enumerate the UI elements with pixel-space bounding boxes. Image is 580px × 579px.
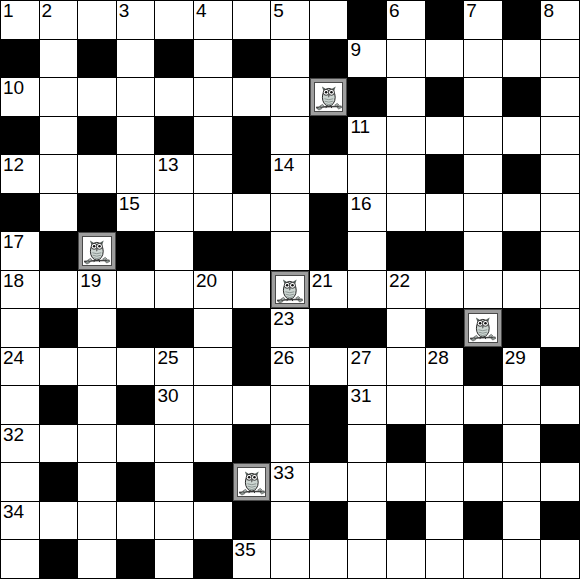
black-cell-r12c3	[117, 463, 155, 501]
black-cell-r6c13	[503, 232, 541, 270]
cell-r2c2[interactable]	[78, 78, 116, 116]
cell-r10c2[interactable]	[78, 386, 116, 424]
owl-icon	[311, 79, 347, 115]
black-cell-r6c3	[117, 232, 155, 270]
clue-number: 10	[3, 77, 24, 99]
clue-number: 21	[312, 270, 333, 292]
clue-number: 28	[428, 347, 449, 369]
cell-r14c10[interactable]	[387, 540, 425, 578]
cell-r2c1[interactable]	[40, 78, 78, 116]
cell-r13c1[interactable]	[40, 502, 78, 540]
cell-r10c4[interactable]: 30	[155, 386, 193, 424]
cell-r4c0[interactable]: 12	[1, 155, 39, 193]
black-cell-r14c5	[194, 540, 232, 578]
cell-r3c14[interactable]	[541, 117, 579, 155]
cell-r8c10[interactable]	[387, 309, 425, 347]
black-cell-r1c8	[310, 40, 348, 78]
cell-r1c1[interactable]	[40, 40, 78, 78]
clue-number: 31	[350, 385, 371, 407]
cell-r13c7[interactable]	[271, 502, 309, 540]
cell-r8c0[interactable]	[1, 309, 39, 347]
cell-r9c8[interactable]	[310, 348, 348, 386]
clue-number: 13	[157, 154, 178, 176]
cell-r0c1[interactable]: 2	[40, 1, 78, 39]
clue-number: 18	[3, 270, 24, 292]
cell-r2c6[interactable]	[233, 78, 271, 116]
cell-r9c4[interactable]: 25	[155, 348, 193, 386]
cell-r9c9[interactable]: 27	[348, 348, 386, 386]
black-cell-r13c6	[233, 502, 271, 540]
black-cell-r6c10	[387, 232, 425, 270]
cell-r4c5[interactable]	[194, 155, 232, 193]
cell-r13c2[interactable]	[78, 502, 116, 540]
owl-cell-r2c8	[310, 78, 348, 116]
cell-r0c10[interactable]: 6	[387, 1, 425, 39]
cell-r5c11[interactable]	[426, 194, 464, 232]
cell-r3c9[interactable]: 11	[348, 117, 386, 155]
cell-r14c8[interactable]	[310, 540, 348, 578]
cell-r11c0[interactable]: 32	[1, 425, 39, 463]
clue-number: 34	[3, 501, 24, 523]
cell-r14c14[interactable]	[541, 540, 579, 578]
cell-r9c1[interactable]	[40, 348, 78, 386]
cell-r12c4[interactable]	[155, 463, 193, 501]
cell-r7c3[interactable]	[117, 271, 155, 309]
cell-r5c5[interactable]	[194, 194, 232, 232]
cell-r5c9[interactable]: 16	[348, 194, 386, 232]
cell-r2c5[interactable]	[194, 78, 232, 116]
black-cell-r14c1	[40, 540, 78, 578]
cell-r0c2[interactable]	[78, 1, 116, 39]
cell-r11c4[interactable]	[155, 425, 193, 463]
cell-r7c10[interactable]: 22	[387, 271, 425, 309]
cell-r13c4[interactable]	[155, 502, 193, 540]
cell-r5c14[interactable]	[541, 194, 579, 232]
cell-r4c1[interactable]	[40, 155, 78, 193]
cell-r5c3[interactable]: 15	[117, 194, 155, 232]
clue-number: 7	[466, 0, 477, 22]
cell-r7c13[interactable]	[503, 271, 541, 309]
cell-r1c5[interactable]	[194, 40, 232, 78]
cell-r2c0[interactable]: 10	[1, 78, 39, 116]
cell-r3c11[interactable]	[426, 117, 464, 155]
black-cell-r3c0	[1, 117, 39, 155]
cell-r13c11[interactable]	[426, 502, 464, 540]
black-cell-r13c14	[541, 502, 579, 540]
cell-r8c14[interactable]	[541, 309, 579, 347]
cell-r6c14[interactable]	[541, 232, 579, 270]
clue-number: 24	[3, 347, 24, 369]
black-cell-r3c6	[233, 117, 271, 155]
cell-r1c10[interactable]	[387, 40, 425, 78]
black-cell-r14c3	[117, 540, 155, 578]
cell-r7c9[interactable]	[348, 271, 386, 309]
cell-r0c8[interactable]	[310, 1, 348, 39]
clue-number: 3	[119, 0, 130, 22]
cell-r3c7[interactable]	[271, 117, 309, 155]
black-cell-r2c11	[426, 78, 464, 116]
cell-r12c0[interactable]	[1, 463, 39, 501]
clue-number: 9	[350, 39, 361, 61]
black-cell-r1c6	[233, 40, 271, 78]
cell-r4c12[interactable]	[464, 155, 502, 193]
cell-r0c0[interactable]: 1	[1, 1, 39, 39]
cell-r6c9[interactable]	[348, 232, 386, 270]
cell-r11c7[interactable]	[271, 425, 309, 463]
owl-cell-r8c12	[464, 309, 502, 347]
clue-number: 20	[196, 270, 217, 292]
cell-r12c11[interactable]	[426, 463, 464, 501]
cell-r11c2[interactable]	[78, 425, 116, 463]
cell-r11c5[interactable]	[194, 425, 232, 463]
cell-r14c12[interactable]	[464, 540, 502, 578]
owl-icon	[465, 310, 501, 346]
cell-r7c2[interactable]: 19	[78, 271, 116, 309]
black-cell-r9c6	[233, 348, 271, 386]
black-cell-r5c2	[78, 194, 116, 232]
cell-r3c1[interactable]	[40, 117, 78, 155]
black-cell-r4c6	[233, 155, 271, 193]
black-cell-r1c2	[78, 40, 116, 78]
cell-r14c0[interactable]	[1, 540, 39, 578]
cell-r2c3[interactable]	[117, 78, 155, 116]
cell-r4c14[interactable]	[541, 155, 579, 193]
cell-r12c9[interactable]	[348, 463, 386, 501]
black-cell-r13c12	[464, 502, 502, 540]
black-cell-r8c8	[310, 309, 348, 347]
cell-r11c13[interactable]	[503, 425, 541, 463]
cell-r0c14[interactable]: 8	[541, 1, 579, 39]
black-cell-r2c9	[348, 78, 386, 116]
cell-r11c11[interactable]	[426, 425, 464, 463]
cell-r11c3[interactable]	[117, 425, 155, 463]
cell-r9c0[interactable]: 24	[1, 348, 39, 386]
cell-r7c8[interactable]: 21	[310, 271, 348, 309]
black-cell-r6c8	[310, 232, 348, 270]
clue-number: 17	[3, 231, 24, 253]
cell-r7c6[interactable]	[233, 271, 271, 309]
black-cell-r0c9	[348, 1, 386, 39]
black-cell-r2c13	[503, 78, 541, 116]
black-cell-r11c6	[233, 425, 271, 463]
cell-r1c11[interactable]	[426, 40, 464, 78]
cell-r4c2[interactable]	[78, 155, 116, 193]
black-cell-r8c11	[426, 309, 464, 347]
cell-r0c4[interactable]	[155, 1, 193, 39]
clue-number: 32	[3, 424, 24, 446]
cell-r7c5[interactable]: 20	[194, 271, 232, 309]
clue-number: 14	[273, 154, 294, 176]
black-cell-r3c4	[155, 117, 193, 155]
black-cell-r11c12	[464, 425, 502, 463]
owl-cell-r7c7	[271, 271, 309, 309]
clue-number: 11	[350, 116, 370, 138]
black-cell-r9c12	[464, 348, 502, 386]
black-cell-r11c8	[310, 425, 348, 463]
cell-r4c9[interactable]	[348, 155, 386, 193]
cell-r13c13[interactable]	[503, 502, 541, 540]
owl-icon	[272, 272, 308, 308]
cell-r10c9[interactable]: 31	[348, 386, 386, 424]
cell-r2c4[interactable]	[155, 78, 193, 116]
cell-r0c12[interactable]: 7	[464, 1, 502, 39]
cell-r12c2[interactable]	[78, 463, 116, 501]
clue-number: 4	[196, 0, 207, 22]
black-cell-r8c1	[40, 309, 78, 347]
owl-cell-r12c6	[233, 463, 271, 501]
black-cell-r8c6	[233, 309, 271, 347]
cell-r7c0[interactable]: 18	[1, 271, 39, 309]
cell-r6c12[interactable]	[464, 232, 502, 270]
cell-r5c7[interactable]	[271, 194, 309, 232]
cell-r11c9[interactable]	[348, 425, 386, 463]
black-cell-r10c3	[117, 386, 155, 424]
cell-r5c12[interactable]	[464, 194, 502, 232]
black-cell-r6c5	[194, 232, 232, 270]
black-cell-r9c14	[541, 348, 579, 386]
cell-r0c5[interactable]: 4	[194, 1, 232, 39]
cell-r10c10[interactable]	[387, 386, 425, 424]
cell-r14c7[interactable]	[271, 540, 309, 578]
cell-r9c11[interactable]: 28	[426, 348, 464, 386]
clue-number: 27	[350, 347, 371, 369]
cell-r2c14[interactable]	[541, 78, 579, 116]
cell-r9c13[interactable]: 29	[503, 348, 541, 386]
cell-r5c6[interactable]	[233, 194, 271, 232]
crossword-grid: 12345678910 11121314151617	[0, 0, 580, 579]
cell-r7c14[interactable]	[541, 271, 579, 309]
owl-icon	[79, 233, 115, 269]
cell-r7c12[interactable]	[464, 271, 502, 309]
clue-number: 30	[157, 385, 178, 407]
cell-r1c14[interactable]	[541, 40, 579, 78]
cell-r2c12[interactable]	[464, 78, 502, 116]
cell-r6c7[interactable]	[271, 232, 309, 270]
cell-r10c12[interactable]	[464, 386, 502, 424]
black-cell-r11c14	[541, 425, 579, 463]
cell-r7c1[interactable]	[40, 271, 78, 309]
clue-number: 8	[543, 0, 554, 22]
cell-r1c7[interactable]	[271, 40, 309, 78]
cell-r9c5[interactable]	[194, 348, 232, 386]
cell-r10c14[interactable]	[541, 386, 579, 424]
black-cell-r8c4	[155, 309, 193, 347]
cell-r10c13[interactable]	[503, 386, 541, 424]
cell-r14c6[interactable]: 35	[233, 540, 271, 578]
black-cell-r12c1	[40, 463, 78, 501]
cell-r0c3[interactable]: 3	[117, 1, 155, 39]
black-cell-r1c4	[155, 40, 193, 78]
cell-r8c7[interactable]: 23	[271, 309, 309, 347]
cell-r10c0[interactable]	[1, 386, 39, 424]
black-cell-r4c11	[426, 155, 464, 193]
clue-number: 19	[80, 270, 101, 292]
clue-number: 15	[119, 193, 140, 215]
black-cell-r1c0	[1, 40, 39, 78]
cell-r14c11[interactable]	[426, 540, 464, 578]
cell-r5c4[interactable]	[155, 194, 193, 232]
cell-r1c9[interactable]: 9	[348, 40, 386, 78]
black-cell-r5c8	[310, 194, 348, 232]
clue-number: 2	[42, 0, 53, 22]
cell-r5c1[interactable]	[40, 194, 78, 232]
black-cell-r3c2	[78, 117, 116, 155]
clue-number: 22	[389, 270, 410, 292]
cell-r12c7[interactable]: 33	[271, 463, 309, 501]
clue-number: 35	[235, 539, 256, 561]
clue-number: 25	[157, 347, 178, 369]
cell-r13c9[interactable]	[348, 502, 386, 540]
cell-r8c5[interactable]	[194, 309, 232, 347]
clue-number: 26	[273, 347, 294, 369]
cell-r4c10[interactable]	[387, 155, 425, 193]
cell-r1c12[interactable]	[464, 40, 502, 78]
black-cell-r8c9	[348, 309, 386, 347]
black-cell-r11c10	[387, 425, 425, 463]
owl-cell-r6c2	[78, 232, 116, 270]
clue-number: 12	[3, 154, 24, 176]
owl-icon	[234, 464, 270, 500]
clue-number: 1	[3, 0, 14, 22]
cell-r4c4[interactable]: 13	[155, 155, 193, 193]
clue-number: 5	[273, 0, 284, 22]
cell-r13c3[interactable]	[117, 502, 155, 540]
cell-r14c9[interactable]	[348, 540, 386, 578]
cell-r1c3[interactable]	[117, 40, 155, 78]
cell-r12c14[interactable]	[541, 463, 579, 501]
cell-r11c1[interactable]	[40, 425, 78, 463]
cell-r4c3[interactable]	[117, 155, 155, 193]
cell-r7c11[interactable]	[426, 271, 464, 309]
black-cell-r13c8	[310, 502, 348, 540]
cell-r12c10[interactable]	[387, 463, 425, 501]
cell-r6c0[interactable]: 17	[1, 232, 39, 270]
black-cell-r10c1	[40, 386, 78, 424]
cell-r2c7[interactable]	[271, 78, 309, 116]
cell-r4c7[interactable]: 14	[271, 155, 309, 193]
cell-r13c5[interactable]	[194, 502, 232, 540]
cell-r10c6[interactable]	[233, 386, 271, 424]
cell-r2c10[interactable]	[387, 78, 425, 116]
cell-r10c11[interactable]	[426, 386, 464, 424]
cell-r12c8[interactable]	[310, 463, 348, 501]
cell-r6c4[interactable]	[155, 232, 193, 270]
black-cell-r10c8	[310, 386, 348, 424]
cell-r1c13[interactable]	[503, 40, 541, 78]
cell-r5c13[interactable]	[503, 194, 541, 232]
cell-r10c7[interactable]	[271, 386, 309, 424]
clue-number: 23	[273, 308, 294, 330]
cell-r12c13[interactable]	[503, 463, 541, 501]
cell-r9c2[interactable]	[78, 348, 116, 386]
black-cell-r6c11	[426, 232, 464, 270]
cell-r4c8[interactable]	[310, 155, 348, 193]
clue-number: 33	[273, 462, 294, 484]
cell-r9c3[interactable]	[117, 348, 155, 386]
black-cell-r0c13	[503, 1, 541, 39]
clue-number: 29	[505, 347, 526, 369]
black-cell-r13c10	[387, 502, 425, 540]
cell-r9c7[interactable]: 26	[271, 348, 309, 386]
cell-r3c10[interactable]	[387, 117, 425, 155]
black-cell-r5c0	[1, 194, 39, 232]
cell-r3c13[interactable]	[503, 117, 541, 155]
black-cell-r0c11	[426, 1, 464, 39]
cell-r13c0[interactable]: 34	[1, 502, 39, 540]
cell-r14c13[interactable]	[503, 540, 541, 578]
cell-r3c12[interactable]	[464, 117, 502, 155]
cell-r7c4[interactable]	[155, 271, 193, 309]
cell-r14c4[interactable]	[155, 540, 193, 578]
cell-r3c5[interactable]	[194, 117, 232, 155]
cell-r0c6[interactable]	[233, 1, 271, 39]
cell-r9c10[interactable]	[387, 348, 425, 386]
cell-r0c7[interactable]: 5	[271, 1, 309, 39]
black-cell-r8c13	[503, 309, 541, 347]
cell-r8c2[interactable]	[78, 309, 116, 347]
cell-r3c3[interactable]	[117, 117, 155, 155]
black-cell-r12c5	[194, 463, 232, 501]
clue-number: 16	[350, 193, 371, 215]
cell-r12c12[interactable]	[464, 463, 502, 501]
cell-r14c2[interactable]	[78, 540, 116, 578]
cell-r10c5[interactable]	[194, 386, 232, 424]
black-cell-r6c1	[40, 232, 78, 270]
black-cell-r3c8	[310, 117, 348, 155]
cell-r5c10[interactable]	[387, 194, 425, 232]
black-cell-r6c6	[233, 232, 271, 270]
clue-number: 6	[389, 0, 400, 22]
black-cell-r4c13	[503, 155, 541, 193]
black-cell-r8c3	[117, 309, 155, 347]
